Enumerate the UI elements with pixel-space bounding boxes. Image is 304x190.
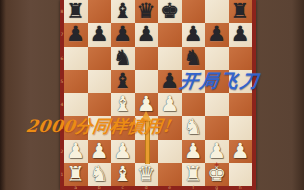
square-c7[interactable]: ♟ (111, 23, 135, 46)
rank-label-3: 3 (60, 125, 64, 130)
square-f2[interactable]: ♟ (182, 140, 206, 163)
square-e7[interactable] (158, 23, 182, 46)
file-label-a: a (64, 186, 88, 190)
square-f7[interactable]: ♟ (182, 23, 206, 46)
square-h3[interactable] (229, 116, 253, 139)
square-b8[interactable] (88, 0, 112, 23)
square-f4[interactable] (182, 93, 206, 116)
board-frame: ♜♝♛♚♜♟♟♟♟♟♟♟♞♞♝♟♝♟♟♞♟♟♟♟♟♟♜♞♝♛♜♚ 8765432… (60, 0, 256, 190)
square-d5[interactable] (135, 70, 159, 93)
square-e2[interactable] (158, 140, 182, 163)
black-pawn[interactable]: ♟ (229, 23, 253, 46)
rank-label-8: 8 (60, 9, 64, 14)
square-g4[interactable] (205, 93, 229, 116)
square-b5[interactable] (88, 70, 112, 93)
square-a7[interactable]: ♟ (64, 23, 88, 46)
black-queen[interactable]: ♛ (135, 0, 159, 23)
square-f6[interactable]: ♞ (182, 47, 206, 70)
square-e3[interactable] (158, 116, 182, 139)
square-a2[interactable]: ♟ (64, 140, 88, 163)
black-pawn[interactable]: ♟ (64, 23, 88, 46)
white-queen[interactable]: ♛ (135, 163, 159, 186)
square-e5[interactable]: ♟ (158, 70, 182, 93)
black-king[interactable]: ♚ (158, 0, 182, 23)
black-pawn[interactable]: ♟ (158, 70, 182, 93)
white-pawn[interactable]: ♟ (229, 140, 253, 163)
square-d8[interactable]: ♛ (135, 0, 159, 23)
square-b4[interactable] (88, 93, 112, 116)
square-h7[interactable]: ♟ (229, 23, 253, 46)
black-rook[interactable]: ♜ (64, 0, 88, 23)
video-frame: ♜♝♛♚♜♟♟♟♟♟♟♟♞♞♝♟♝♟♟♞♟♟♟♟♟♟♜♞♝♛♜♚ 8765432… (0, 0, 304, 190)
white-king[interactable]: ♚ (205, 163, 229, 186)
rank-label-1: 1 (60, 172, 64, 177)
square-g5[interactable] (205, 70, 229, 93)
file-label-f: f (182, 186, 206, 190)
square-g8[interactable] (205, 0, 229, 23)
square-e8[interactable]: ♚ (158, 0, 182, 23)
square-e6[interactable] (158, 47, 182, 70)
rank-label-4: 4 (60, 102, 64, 107)
rank-label-7: 7 (60, 32, 64, 37)
white-bishop[interactable]: ♝ (111, 93, 135, 116)
square-a5[interactable] (64, 70, 88, 93)
square-b6[interactable] (88, 47, 112, 70)
square-a4[interactable] (64, 93, 88, 116)
square-h1[interactable] (229, 163, 253, 186)
square-b7[interactable]: ♟ (88, 23, 112, 46)
square-a1[interactable]: ♜ (64, 163, 88, 186)
square-d6[interactable] (135, 47, 159, 70)
square-g3[interactable] (205, 116, 229, 139)
black-pawn[interactable]: ♟ (182, 23, 206, 46)
square-f3[interactable]: ♞ (182, 116, 206, 139)
white-pawn[interactable]: ♟ (205, 140, 229, 163)
square-h4[interactable] (229, 93, 253, 116)
square-c2[interactable]: ♟ (111, 140, 135, 163)
move-arrow-shaft (145, 121, 151, 165)
square-g2[interactable]: ♟ (205, 140, 229, 163)
white-pawn[interactable]: ♟ (88, 140, 112, 163)
white-pawn[interactable]: ♟ (64, 140, 88, 163)
square-b2[interactable]: ♟ (88, 140, 112, 163)
square-e1[interactable] (158, 163, 182, 186)
rank-label-6: 6 (60, 56, 64, 61)
file-label-b: b (88, 186, 112, 190)
square-f5[interactable] (182, 70, 206, 93)
white-knight[interactable]: ♞ (88, 163, 112, 186)
square-c1[interactable]: ♝ (111, 163, 135, 186)
black-bishop[interactable]: ♝ (111, 70, 135, 93)
square-c4[interactable]: ♝ (111, 93, 135, 116)
square-c8[interactable]: ♝ (111, 0, 135, 23)
white-pawn[interactable]: ♟ (182, 140, 206, 163)
file-label-c: c (111, 186, 135, 190)
square-b3[interactable] (88, 116, 112, 139)
black-pawn[interactable]: ♟ (135, 23, 159, 46)
file-label-g: g (205, 186, 229, 190)
board-grid: ♜♝♛♚♜♟♟♟♟♟♟♟♞♞♝♟♝♟♟♞♟♟♟♟♟♟♜♞♝♛♜♚ (64, 0, 252, 186)
square-g7[interactable]: ♟ (205, 23, 229, 46)
black-pawn[interactable]: ♟ (88, 23, 112, 46)
square-h6[interactable] (229, 47, 253, 70)
white-knight[interactable]: ♞ (182, 116, 206, 139)
square-f8[interactable] (182, 0, 206, 23)
white-rook[interactable]: ♜ (64, 163, 88, 186)
square-c3[interactable] (111, 116, 135, 139)
black-knight[interactable]: ♞ (111, 47, 135, 70)
square-b1[interactable]: ♞ (88, 163, 112, 186)
square-g1[interactable]: ♚ (205, 163, 229, 186)
square-a6[interactable] (64, 47, 88, 70)
square-e4[interactable]: ♟ (158, 93, 182, 116)
square-h5[interactable] (229, 70, 253, 93)
square-d1[interactable]: ♛ (135, 163, 159, 186)
white-bishop[interactable]: ♝ (111, 163, 135, 186)
square-d7[interactable]: ♟ (135, 23, 159, 46)
square-g6[interactable] (205, 47, 229, 70)
white-rook[interactable]: ♜ (182, 163, 206, 186)
rank-label-5: 5 (60, 79, 64, 84)
square-c5[interactable]: ♝ (111, 70, 135, 93)
rank-label-2: 2 (60, 149, 64, 154)
square-h2[interactable]: ♟ (229, 140, 253, 163)
black-knight[interactable]: ♞ (182, 47, 206, 70)
square-a3[interactable] (64, 116, 88, 139)
square-f1[interactable]: ♜ (182, 163, 206, 186)
white-pawn[interactable]: ♟ (158, 93, 182, 116)
square-h8[interactable]: ♜ (229, 0, 253, 23)
white-pawn[interactable]: ♟ (111, 140, 135, 163)
file-label-e: e (158, 186, 182, 190)
square-a8[interactable]: ♜ (64, 0, 88, 23)
black-pawn[interactable]: ♟ (205, 23, 229, 46)
file-label-d: d (135, 186, 159, 190)
file-label-h: h (229, 186, 253, 190)
square-c6[interactable]: ♞ (111, 47, 135, 70)
black-bishop[interactable]: ♝ (111, 0, 135, 23)
black-rook[interactable]: ♜ (229, 0, 253, 23)
black-pawn[interactable]: ♟ (111, 23, 135, 46)
